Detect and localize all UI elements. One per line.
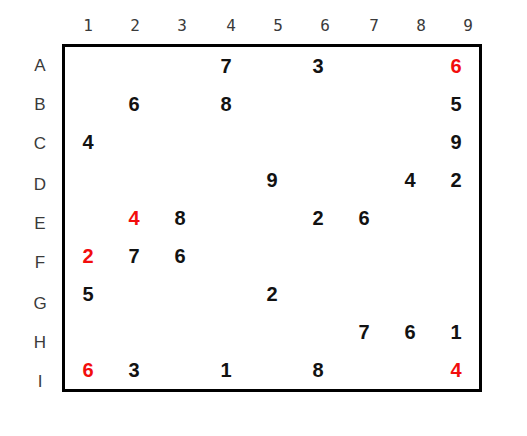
col-label-6: 6 [302, 15, 348, 37]
cell-E3[interactable]: 8 [157, 199, 206, 238]
cell-B3[interactable] [157, 85, 206, 124]
cell-F4[interactable] [203, 237, 250, 278]
cell-A6[interactable]: 3 [295, 47, 344, 86]
cell-A1[interactable] [65, 47, 112, 86]
cell-G6[interactable] [295, 275, 344, 314]
col-label-4: 4 [208, 15, 254, 37]
cell-I3[interactable] [157, 351, 206, 389]
row-label-F: F [22, 244, 58, 282]
cell-H8[interactable]: 6 [387, 313, 434, 352]
cell-G5[interactable]: 2 [249, 275, 296, 314]
cell-E5[interactable] [249, 199, 296, 238]
cell-A8[interactable] [387, 47, 434, 86]
cell-I8[interactable] [387, 351, 434, 389]
cell-C8[interactable] [387, 123, 434, 164]
cell-G7[interactable] [341, 275, 388, 314]
cell-I5[interactable] [249, 351, 296, 389]
cell-B7[interactable] [341, 85, 388, 124]
cell-D1[interactable] [65, 161, 112, 200]
cell-E7[interactable]: 6 [341, 199, 388, 238]
row-label-C: C [22, 125, 58, 163]
sudoku-app: 123456789ABCDEFGHI 736685499424826276527… [0, 0, 527, 436]
cell-B1[interactable] [65, 85, 112, 124]
cell-A7[interactable] [341, 47, 388, 86]
cell-F3[interactable]: 6 [157, 237, 206, 278]
cell-E1[interactable] [65, 199, 112, 238]
cell-E4[interactable] [203, 199, 250, 238]
cell-E8[interactable] [387, 199, 434, 238]
col-label-5: 5 [255, 15, 301, 37]
cell-A9[interactable]: 6 [433, 47, 479, 86]
col-label-7: 7 [351, 15, 397, 37]
cell-G4[interactable] [203, 275, 250, 314]
cell-H6[interactable] [295, 313, 344, 352]
cell-H5[interactable] [249, 313, 296, 352]
sudoku-board: 7366854994248262765276163184 [62, 44, 482, 392]
cell-F2[interactable]: 7 [111, 237, 158, 278]
row-label-G: G [22, 285, 58, 323]
cell-D4[interactable] [203, 161, 250, 200]
cell-F8[interactable] [387, 237, 434, 278]
col-label-1: 1 [65, 15, 111, 37]
cell-C7[interactable] [341, 123, 388, 164]
cell-E9[interactable] [433, 199, 479, 238]
cell-G3[interactable] [157, 275, 206, 314]
col-label-9: 9 [445, 15, 491, 37]
cell-A4[interactable]: 7 [203, 47, 250, 86]
cell-G9[interactable] [433, 275, 479, 314]
cell-H3[interactable] [157, 313, 206, 352]
col-label-3: 3 [159, 15, 205, 37]
cell-F7[interactable] [341, 237, 388, 278]
cell-C9[interactable]: 9 [433, 123, 479, 164]
cell-F6[interactable] [295, 237, 344, 278]
cell-F1[interactable]: 2 [65, 237, 112, 278]
cell-G8[interactable] [387, 275, 434, 314]
cell-B4[interactable]: 8 [203, 85, 250, 124]
cell-G2[interactable] [111, 275, 158, 314]
cell-A5[interactable] [249, 47, 296, 86]
cell-A2[interactable] [111, 47, 158, 86]
cell-C3[interactable] [157, 123, 206, 164]
cell-D5[interactable]: 9 [249, 161, 296, 200]
cell-E2[interactable]: 4 [111, 199, 158, 238]
cell-B6[interactable] [295, 85, 344, 124]
cell-D8[interactable]: 4 [387, 161, 434, 200]
cell-I1[interactable]: 6 [65, 351, 112, 389]
cell-H7[interactable]: 7 [341, 313, 388, 352]
row-label-E: E [22, 205, 58, 243]
cell-C6[interactable] [295, 123, 344, 164]
cell-D6[interactable] [295, 161, 344, 200]
col-label-8: 8 [398, 15, 444, 37]
cell-I6[interactable]: 8 [295, 351, 344, 389]
cell-D2[interactable] [111, 161, 158, 200]
cell-H1[interactable] [65, 313, 112, 352]
cell-A3[interactable] [157, 47, 206, 86]
cell-E6[interactable]: 2 [295, 199, 344, 238]
cell-G1[interactable]: 5 [65, 275, 112, 314]
cell-F5[interactable] [249, 237, 296, 278]
cell-H4[interactable] [203, 313, 250, 352]
cell-I9[interactable]: 4 [433, 351, 479, 389]
row-label-B: B [22, 86, 58, 124]
cell-D3[interactable] [157, 161, 206, 200]
cell-I7[interactable] [341, 351, 388, 389]
cell-D7[interactable] [341, 161, 388, 200]
row-label-D: D [22, 166, 58, 204]
cell-H9[interactable]: 1 [433, 313, 479, 352]
row-label-H: H [22, 324, 58, 362]
cell-B8[interactable] [387, 85, 434, 124]
col-label-2: 2 [112, 15, 158, 37]
cell-H2[interactable] [111, 313, 158, 352]
cell-C2[interactable] [111, 123, 158, 164]
cell-C1[interactable]: 4 [65, 123, 112, 164]
cell-C5[interactable] [249, 123, 296, 164]
cell-B5[interactable] [249, 85, 296, 124]
cell-F9[interactable] [433, 237, 479, 278]
cell-B2[interactable]: 6 [111, 85, 158, 124]
cell-I2[interactable]: 3 [111, 351, 158, 389]
row-label-I: I [22, 363, 58, 401]
row-label-A: A [22, 47, 58, 85]
cell-I4[interactable]: 1 [203, 351, 250, 389]
cell-C4[interactable] [203, 123, 250, 164]
cell-B9[interactable]: 5 [433, 85, 479, 124]
cell-D9[interactable]: 2 [433, 161, 479, 200]
